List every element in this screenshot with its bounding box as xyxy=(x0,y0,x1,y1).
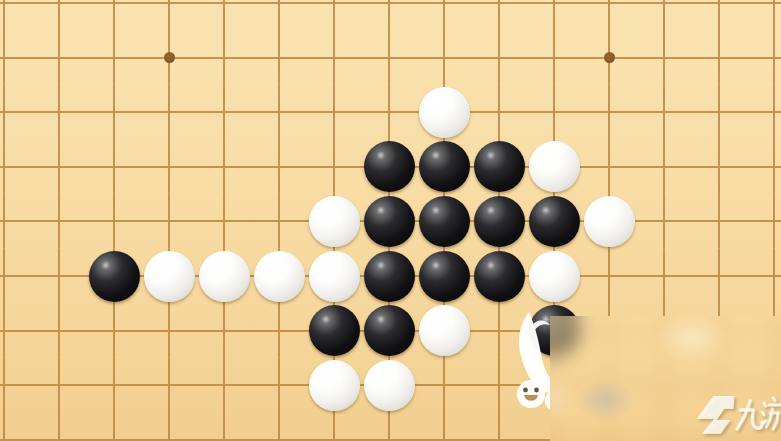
stone-black xyxy=(419,251,470,302)
board-cell[interactable] xyxy=(637,139,692,194)
board-cell[interactable] xyxy=(0,0,32,30)
board-cell[interactable] xyxy=(307,30,362,85)
stone-black xyxy=(474,141,525,192)
board-cell[interactable] xyxy=(142,358,197,413)
board-cell[interactable] xyxy=(142,194,197,249)
stone-white xyxy=(309,251,360,302)
board-cell[interactable] xyxy=(197,358,252,413)
stone-white xyxy=(419,87,470,138)
stone-black xyxy=(364,141,415,192)
board-cell[interactable] xyxy=(0,30,32,85)
board-cell[interactable] xyxy=(32,249,87,304)
stone-black xyxy=(364,305,415,356)
board-cell[interactable] xyxy=(747,194,781,249)
board-cell[interactable] xyxy=(637,249,692,304)
board-cell[interactable] xyxy=(362,85,417,140)
board-cell[interactable] xyxy=(692,139,747,194)
board-cell[interactable] xyxy=(307,0,362,30)
board-cell[interactable] xyxy=(252,139,307,194)
board-cell[interactable] xyxy=(527,0,582,30)
board-cell[interactable] xyxy=(252,85,307,140)
board-cell[interactable] xyxy=(197,194,252,249)
board-cell[interactable] xyxy=(0,139,32,194)
board-cell[interactable] xyxy=(637,0,692,30)
stone-black xyxy=(364,196,415,247)
board-cell[interactable] xyxy=(252,303,307,358)
stone-white xyxy=(529,141,580,192)
stone-black xyxy=(529,196,580,247)
gomoku-board[interactable] xyxy=(0,0,781,441)
board-cell[interactable] xyxy=(87,30,142,85)
board-cell[interactable] xyxy=(692,0,747,30)
board-cell[interactable] xyxy=(0,358,32,413)
board-cell[interactable] xyxy=(747,139,781,194)
board-cell[interactable] xyxy=(32,303,87,358)
board-cell[interactable] xyxy=(417,30,472,85)
board-cell[interactable] xyxy=(0,249,32,304)
board-cell[interactable] xyxy=(197,85,252,140)
board-cell[interactable] xyxy=(417,412,472,441)
stone-white xyxy=(144,251,195,302)
stone-white xyxy=(584,196,635,247)
board-cell[interactable] xyxy=(197,303,252,358)
board-cell[interactable] xyxy=(692,30,747,85)
stone-black xyxy=(474,196,525,247)
board-cell[interactable] xyxy=(87,139,142,194)
stone-white xyxy=(199,251,250,302)
board-cell[interactable] xyxy=(307,139,362,194)
board-cell[interactable] xyxy=(472,85,527,140)
stone-black xyxy=(419,196,470,247)
board-cell[interactable] xyxy=(0,85,32,140)
board-cell[interactable] xyxy=(747,85,781,140)
stone-black xyxy=(309,305,360,356)
star-point xyxy=(164,52,175,63)
stone-white xyxy=(419,305,470,356)
board-cell[interactable] xyxy=(32,0,87,30)
board-cell[interactable] xyxy=(142,303,197,358)
board-cell[interactable] xyxy=(32,139,87,194)
board-cell[interactable] xyxy=(252,30,307,85)
stone-white xyxy=(529,251,580,302)
board-cell[interactable] xyxy=(307,85,362,140)
board-cell[interactable] xyxy=(307,412,362,441)
board-cell[interactable] xyxy=(142,139,197,194)
board-cell[interactable] xyxy=(0,412,32,441)
board-cell[interactable] xyxy=(747,0,781,30)
board-cell[interactable] xyxy=(0,194,32,249)
board-cell[interactable] xyxy=(142,0,197,30)
stone-black xyxy=(364,251,415,302)
stone-white xyxy=(309,360,360,411)
board-cell[interactable] xyxy=(142,412,197,441)
board-cell[interactable] xyxy=(692,249,747,304)
star-point xyxy=(604,52,615,63)
board-cell[interactable] xyxy=(582,85,637,140)
logo-glyph-9game xyxy=(696,396,735,434)
board-cell[interactable] xyxy=(637,30,692,85)
board-cell[interactable] xyxy=(362,412,417,441)
stone-black xyxy=(474,251,525,302)
board-cell[interactable] xyxy=(197,30,252,85)
board-cell[interactable] xyxy=(252,0,307,30)
board-cell[interactable] xyxy=(87,85,142,140)
board-cell[interactable] xyxy=(527,85,582,140)
board-cell[interactable] xyxy=(637,85,692,140)
board-cell[interactable] xyxy=(637,194,692,249)
board-cell[interactable] xyxy=(32,194,87,249)
board-cell[interactable] xyxy=(582,249,637,304)
board-cell[interactable] xyxy=(252,358,307,413)
board-cell[interactable] xyxy=(472,30,527,85)
board-cell[interactable] xyxy=(87,194,142,249)
board-cell[interactable] xyxy=(472,0,527,30)
stone-black xyxy=(419,141,470,192)
board-cell[interactable] xyxy=(252,194,307,249)
board-cell[interactable] xyxy=(197,412,252,441)
board-cell[interactable] xyxy=(142,85,197,140)
jiuyou-logo xyxy=(691,392,781,441)
stone-white xyxy=(364,360,415,411)
board-cell[interactable] xyxy=(362,0,417,30)
stone-white xyxy=(309,196,360,247)
board-cell[interactable] xyxy=(87,358,142,413)
board-cell[interactable] xyxy=(582,139,637,194)
board-cell[interactable] xyxy=(417,358,472,413)
board-cell[interactable] xyxy=(87,412,142,441)
board-cell[interactable] xyxy=(32,30,87,85)
board-cell[interactable] xyxy=(252,412,307,441)
board-cell[interactable] xyxy=(32,412,87,441)
board-cell[interactable] xyxy=(692,194,747,249)
stone-black xyxy=(89,251,140,302)
board-cell[interactable] xyxy=(87,303,142,358)
board-cell[interactable] xyxy=(87,0,142,30)
board-cell[interactable] xyxy=(747,30,781,85)
board-cell[interactable] xyxy=(417,0,472,30)
board-cell[interactable] xyxy=(747,249,781,304)
stone-white xyxy=(254,251,305,302)
board-cell[interactable] xyxy=(582,0,637,30)
board-cell[interactable] xyxy=(527,30,582,85)
board-cell[interactable] xyxy=(32,358,87,413)
board-cell[interactable] xyxy=(197,0,252,30)
board-cell[interactable] xyxy=(692,85,747,140)
board-cell[interactable] xyxy=(0,303,32,358)
board-cell[interactable] xyxy=(362,30,417,85)
board-cell[interactable] xyxy=(32,85,87,140)
board-cell[interactable] xyxy=(197,139,252,194)
